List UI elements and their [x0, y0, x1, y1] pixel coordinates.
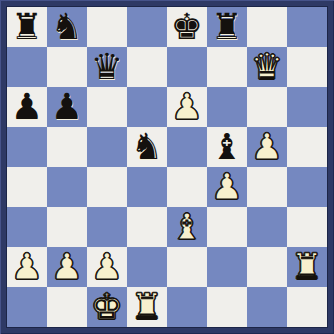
square-a5[interactable]: [7, 127, 47, 167]
square-d1[interactable]: ♜: [127, 287, 167, 327]
square-e8[interactable]: ♚: [167, 7, 207, 47]
square-c7[interactable]: ♛: [87, 47, 127, 87]
square-b5[interactable]: [47, 127, 87, 167]
piece-black-pawn-a6[interactable]: ♟: [7, 87, 47, 127]
square-e1[interactable]: [167, 287, 207, 327]
square-h7[interactable]: [287, 47, 327, 87]
square-a2[interactable]: ♟: [7, 247, 47, 287]
square-g6[interactable]: [247, 87, 287, 127]
square-g4[interactable]: [247, 167, 287, 207]
square-d7[interactable]: [127, 47, 167, 87]
square-f8[interactable]: ♜: [207, 7, 247, 47]
square-d8[interactable]: [127, 7, 167, 47]
piece-black-queen-c7[interactable]: ♛: [87, 47, 127, 87]
square-c5[interactable]: [87, 127, 127, 167]
piece-white-pawn-a2[interactable]: ♟: [7, 247, 47, 287]
square-f2[interactable]: [207, 247, 247, 287]
piece-white-king-c1[interactable]: ♚: [87, 287, 127, 327]
square-e5[interactable]: [167, 127, 207, 167]
square-d3[interactable]: [127, 207, 167, 247]
piece-black-rook-a8[interactable]: ♜: [7, 7, 47, 47]
piece-white-rook-h2[interactable]: ♜: [287, 247, 327, 287]
square-c4[interactable]: [87, 167, 127, 207]
square-e7[interactable]: [167, 47, 207, 87]
square-f5[interactable]: ♝: [207, 127, 247, 167]
square-h1[interactable]: [287, 287, 327, 327]
square-d5[interactable]: ♞: [127, 127, 167, 167]
square-g5[interactable]: ♟: [247, 127, 287, 167]
square-h2[interactable]: ♜: [287, 247, 327, 287]
square-e6[interactable]: ♟: [167, 87, 207, 127]
piece-white-pawn-c2[interactable]: ♟: [87, 247, 127, 287]
square-e4[interactable]: [167, 167, 207, 207]
square-a8[interactable]: ♜: [7, 7, 47, 47]
square-h3[interactable]: [287, 207, 327, 247]
square-f6[interactable]: [207, 87, 247, 127]
square-b2[interactable]: ♟: [47, 247, 87, 287]
square-b3[interactable]: [47, 207, 87, 247]
square-d2[interactable]: [127, 247, 167, 287]
square-b8[interactable]: ♞: [47, 7, 87, 47]
square-e2[interactable]: [167, 247, 207, 287]
square-a7[interactable]: [7, 47, 47, 87]
square-g1[interactable]: [247, 287, 287, 327]
square-a6[interactable]: ♟: [7, 87, 47, 127]
piece-black-rook-f8[interactable]: ♜: [207, 7, 247, 47]
square-h5[interactable]: [287, 127, 327, 167]
chess-board: ♜♞♚♜♛♛♟♟♟♞♝♟♟♝♟♟♟♜♚♜: [7, 7, 327, 327]
square-f7[interactable]: [207, 47, 247, 87]
square-e3[interactable]: ♝: [167, 207, 207, 247]
board-frame: ♜♞♚♜♛♛♟♟♟♞♝♟♟♝♟♟♟♜♚♜: [0, 0, 334, 334]
square-f3[interactable]: [207, 207, 247, 247]
square-d6[interactable]: [127, 87, 167, 127]
square-h4[interactable]: [287, 167, 327, 207]
square-g2[interactable]: [247, 247, 287, 287]
square-g7[interactable]: ♛: [247, 47, 287, 87]
piece-black-bishop-f5[interactable]: ♝: [207, 127, 247, 167]
square-a3[interactable]: [7, 207, 47, 247]
piece-black-knight-b8[interactable]: ♞: [47, 7, 87, 47]
piece-white-pawn-f4[interactable]: ♟: [207, 167, 247, 207]
piece-white-pawn-b2[interactable]: ♟: [47, 247, 87, 287]
square-c8[interactable]: [87, 7, 127, 47]
piece-black-pawn-b6[interactable]: ♟: [47, 87, 87, 127]
square-f4[interactable]: ♟: [207, 167, 247, 207]
square-b7[interactable]: [47, 47, 87, 87]
square-c3[interactable]: [87, 207, 127, 247]
square-h8[interactable]: [287, 7, 327, 47]
piece-white-pawn-e6[interactable]: ♟: [167, 87, 207, 127]
piece-black-king-e8[interactable]: ♚: [167, 7, 207, 47]
square-b6[interactable]: ♟: [47, 87, 87, 127]
square-c1[interactable]: ♚: [87, 287, 127, 327]
square-c6[interactable]: [87, 87, 127, 127]
piece-black-knight-d5[interactable]: ♞: [127, 127, 167, 167]
square-g3[interactable]: [247, 207, 287, 247]
square-f1[interactable]: [207, 287, 247, 327]
piece-white-rook-d1[interactable]: ♜: [127, 287, 167, 327]
square-d4[interactable]: [127, 167, 167, 207]
square-c2[interactable]: ♟: [87, 247, 127, 287]
square-a4[interactable]: [7, 167, 47, 207]
square-g8[interactable]: [247, 7, 287, 47]
piece-white-pawn-g5[interactable]: ♟: [247, 127, 287, 167]
square-b1[interactable]: [47, 287, 87, 327]
square-h6[interactable]: [287, 87, 327, 127]
square-a1[interactable]: [7, 287, 47, 327]
piece-white-bishop-e3[interactable]: ♝: [167, 207, 207, 247]
square-b4[interactable]: [47, 167, 87, 207]
piece-white-queen-g7[interactable]: ♛: [247, 47, 287, 87]
